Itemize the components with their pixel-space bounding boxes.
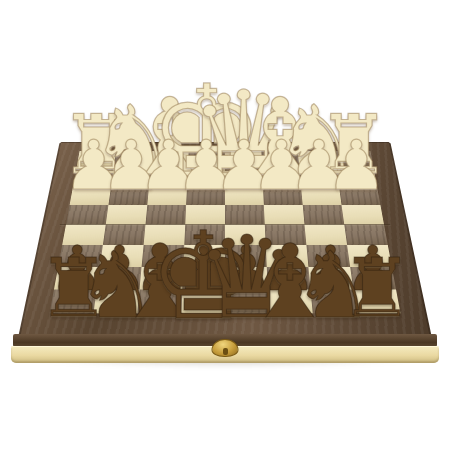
piece-white-pawn-a2[interactable]: ♟ xyxy=(326,132,387,200)
pieces-layer: ♜♞♝♚♛♝♞♜♟♟♟♟♟♟♟♟♟♟♟♟♟♟♟♟♜♞♝♚♛♝♞♜ xyxy=(0,0,450,450)
product-photo-chess-set: ♜♞♝♚♛♝♞♜♟♟♟♟♟♟♟♟♟♟♟♟♟♟♟♟♜♞♝♚♛♝♞♜ xyxy=(0,0,450,450)
piece-black-rook-a8[interactable]: ♜ xyxy=(340,248,412,329)
